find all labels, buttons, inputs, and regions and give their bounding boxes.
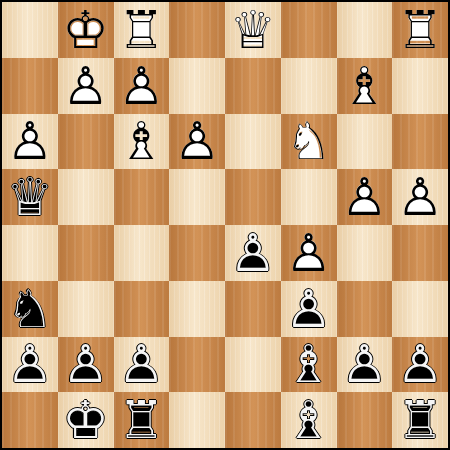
piece-black-bishop: ♝♗ bbox=[281, 337, 337, 393]
square-e7[interactable] bbox=[169, 337, 225, 393]
white-pawn-outline-glyph: ♙ bbox=[114, 58, 170, 114]
chess-board: ♚♔♜♖♛♕♜♖♟♙♟♙♝♗♟♙♝♗♟♙♞♘♛♕♟♙♟♙♟♙♟♙♞♘♟♙♟♙♟♙… bbox=[0, 0, 450, 450]
black-rook-outline-glyph: ♖ bbox=[392, 392, 448, 448]
square-d8[interactable] bbox=[225, 392, 281, 448]
square-g8[interactable]: ♚♔ bbox=[58, 392, 114, 448]
square-h5[interactable] bbox=[2, 225, 58, 281]
black-bishop-outline-glyph: ♗ bbox=[281, 337, 337, 393]
piece-black-pawn: ♟♙ bbox=[2, 337, 58, 393]
square-f6[interactable] bbox=[114, 281, 170, 337]
white-pawn-outline-glyph: ♙ bbox=[281, 225, 337, 281]
square-c4[interactable] bbox=[281, 169, 337, 225]
square-e3[interactable]: ♟♙ bbox=[169, 114, 225, 170]
piece-black-rook: ♜♖ bbox=[114, 392, 170, 448]
piece-black-bishop: ♝♗ bbox=[281, 392, 337, 448]
piece-black-rook: ♜♖ bbox=[392, 392, 448, 448]
piece-white-pawn: ♟♙ bbox=[2, 114, 58, 170]
white-knight-outline-glyph: ♘ bbox=[281, 114, 337, 170]
square-h7[interactable]: ♟♙ bbox=[2, 337, 58, 393]
piece-black-queen: ♛♕ bbox=[2, 169, 58, 225]
square-f4[interactable] bbox=[114, 169, 170, 225]
square-d3[interactable] bbox=[225, 114, 281, 170]
black-pawn-outline-glyph: ♙ bbox=[114, 337, 170, 393]
square-g5[interactable] bbox=[58, 225, 114, 281]
square-e5[interactable] bbox=[169, 225, 225, 281]
piece-white-pawn: ♟♙ bbox=[169, 114, 225, 170]
black-bishop-outline-glyph: ♗ bbox=[281, 392, 337, 448]
square-g4[interactable] bbox=[58, 169, 114, 225]
black-pawn-outline-glyph: ♙ bbox=[225, 225, 281, 281]
square-e1[interactable] bbox=[169, 2, 225, 58]
square-c6[interactable]: ♟♙ bbox=[281, 281, 337, 337]
black-pawn-outline-glyph: ♙ bbox=[392, 337, 448, 393]
square-h4[interactable]: ♛♕ bbox=[2, 169, 58, 225]
square-h1[interactable] bbox=[2, 2, 58, 58]
square-a4[interactable]: ♟♙ bbox=[392, 169, 448, 225]
square-e2[interactable] bbox=[169, 58, 225, 114]
square-f1[interactable]: ♜♖ bbox=[114, 2, 170, 58]
square-b6[interactable] bbox=[337, 281, 393, 337]
square-a5[interactable] bbox=[392, 225, 448, 281]
square-b4[interactable]: ♟♙ bbox=[337, 169, 393, 225]
piece-white-pawn: ♟♙ bbox=[114, 58, 170, 114]
square-c8[interactable]: ♝♗ bbox=[281, 392, 337, 448]
square-f3[interactable]: ♝♗ bbox=[114, 114, 170, 170]
black-queen-outline-glyph: ♕ bbox=[2, 169, 58, 225]
square-g1[interactable]: ♚♔ bbox=[58, 2, 114, 58]
square-d7[interactable] bbox=[225, 337, 281, 393]
square-d6[interactable] bbox=[225, 281, 281, 337]
piece-white-rook: ♜♖ bbox=[114, 2, 170, 58]
square-h8[interactable] bbox=[2, 392, 58, 448]
piece-black-pawn: ♟♙ bbox=[281, 281, 337, 337]
piece-black-pawn: ♟♙ bbox=[337, 337, 393, 393]
square-b3[interactable] bbox=[337, 114, 393, 170]
piece-white-knight: ♞♘ bbox=[281, 114, 337, 170]
square-e8[interactable] bbox=[169, 392, 225, 448]
piece-black-pawn: ♟♙ bbox=[392, 337, 448, 393]
square-h6[interactable]: ♞♘ bbox=[2, 281, 58, 337]
square-b8[interactable] bbox=[337, 392, 393, 448]
square-c7[interactable]: ♝♗ bbox=[281, 337, 337, 393]
piece-black-pawn: ♟♙ bbox=[114, 337, 170, 393]
square-g3[interactable] bbox=[58, 114, 114, 170]
piece-white-pawn: ♟♙ bbox=[392, 169, 448, 225]
white-pawn-outline-glyph: ♙ bbox=[58, 58, 114, 114]
black-pawn-outline-glyph: ♙ bbox=[58, 337, 114, 393]
square-a2[interactable] bbox=[392, 58, 448, 114]
square-f7[interactable]: ♟♙ bbox=[114, 337, 170, 393]
white-pawn-outline-glyph: ♙ bbox=[2, 114, 58, 170]
square-h3[interactable]: ♟♙ bbox=[2, 114, 58, 170]
piece-white-king: ♚♔ bbox=[58, 2, 114, 58]
piece-white-rook: ♜♖ bbox=[392, 2, 448, 58]
piece-white-pawn: ♟♙ bbox=[281, 225, 337, 281]
square-a7[interactable]: ♟♙ bbox=[392, 337, 448, 393]
white-king-outline-glyph: ♔ bbox=[58, 2, 114, 58]
white-pawn-outline-glyph: ♙ bbox=[337, 169, 393, 225]
black-knight-outline-glyph: ♘ bbox=[2, 281, 58, 337]
square-a6[interactable] bbox=[392, 281, 448, 337]
square-d4[interactable] bbox=[225, 169, 281, 225]
piece-white-pawn: ♟♙ bbox=[58, 58, 114, 114]
square-c2[interactable] bbox=[281, 58, 337, 114]
black-pawn-outline-glyph: ♙ bbox=[2, 337, 58, 393]
piece-white-pawn: ♟♙ bbox=[337, 169, 393, 225]
white-pawn-outline-glyph: ♙ bbox=[169, 114, 225, 170]
piece-black-pawn: ♟♙ bbox=[225, 225, 281, 281]
square-g2[interactable]: ♟♙ bbox=[58, 58, 114, 114]
square-g6[interactable] bbox=[58, 281, 114, 337]
square-a1[interactable]: ♜♖ bbox=[392, 2, 448, 58]
square-d2[interactable] bbox=[225, 58, 281, 114]
square-h2[interactable] bbox=[2, 58, 58, 114]
piece-black-king: ♚♔ bbox=[58, 392, 114, 448]
white-queen-outline-glyph: ♕ bbox=[225, 2, 281, 58]
square-d1[interactable]: ♛♕ bbox=[225, 2, 281, 58]
black-pawn-outline-glyph: ♙ bbox=[281, 281, 337, 337]
white-bishop-outline-glyph: ♗ bbox=[337, 58, 393, 114]
square-f8[interactable]: ♜♖ bbox=[114, 392, 170, 448]
square-c3[interactable]: ♞♘ bbox=[281, 114, 337, 170]
piece-white-bishop: ♝♗ bbox=[337, 58, 393, 114]
square-f2[interactable]: ♟♙ bbox=[114, 58, 170, 114]
piece-black-knight: ♞♘ bbox=[2, 281, 58, 337]
square-b5[interactable] bbox=[337, 225, 393, 281]
piece-white-queen: ♛♕ bbox=[225, 2, 281, 58]
square-a8[interactable]: ♜♖ bbox=[392, 392, 448, 448]
square-b7[interactable]: ♟♙ bbox=[337, 337, 393, 393]
white-rook-outline-glyph: ♖ bbox=[392, 2, 448, 58]
white-bishop-outline-glyph: ♗ bbox=[114, 114, 170, 170]
white-rook-outline-glyph: ♖ bbox=[114, 2, 170, 58]
piece-white-bishop: ♝♗ bbox=[114, 114, 170, 170]
black-rook-outline-glyph: ♖ bbox=[114, 392, 170, 448]
square-c5[interactable]: ♟♙ bbox=[281, 225, 337, 281]
piece-black-pawn: ♟♙ bbox=[58, 337, 114, 393]
square-a3[interactable] bbox=[392, 114, 448, 170]
square-e6[interactable] bbox=[169, 281, 225, 337]
black-king-outline-glyph: ♔ bbox=[58, 392, 114, 448]
white-pawn-outline-glyph: ♙ bbox=[392, 169, 448, 225]
square-f5[interactable] bbox=[114, 225, 170, 281]
black-pawn-outline-glyph: ♙ bbox=[337, 337, 393, 393]
square-d5[interactable]: ♟♙ bbox=[225, 225, 281, 281]
square-b2[interactable]: ♝♗ bbox=[337, 58, 393, 114]
square-b1[interactable] bbox=[337, 2, 393, 58]
square-g7[interactable]: ♟♙ bbox=[58, 337, 114, 393]
square-c1[interactable] bbox=[281, 2, 337, 58]
square-e4[interactable] bbox=[169, 169, 225, 225]
